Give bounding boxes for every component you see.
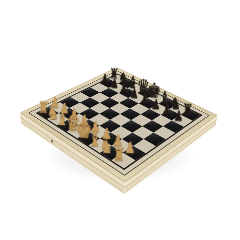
board-tilt-wrapper: ♜♞♝♛♚♝♞♜♟♟♟♟♟♟♟♟♟♟♟♟♟♟♟♟♜♞♝♛♚♝♞♜ <box>0 0 240 240</box>
piece-white-rook: ♜ <box>112 145 126 164</box>
piece-black-pawn: ♟ <box>162 103 173 117</box>
clasp-pin-icon <box>51 139 53 143</box>
piece-white-pawn: ♟ <box>124 140 136 156</box>
chess-board-box: ♜♞♝♛♚♝♞♜♟♟♟♟♟♟♟♟♟♟♟♟♟♟♟♟♜♞♝♛♚♝♞♜ <box>20 67 218 182</box>
piece-black-pawn: ♟ <box>173 109 184 124</box>
chess-set-photo: ♜♞♝♛♚♝♞♜♟♟♟♟♟♟♟♟♟♟♟♟♟♟♟♟♜♞♝♛♚♝♞♜ <box>0 0 240 240</box>
